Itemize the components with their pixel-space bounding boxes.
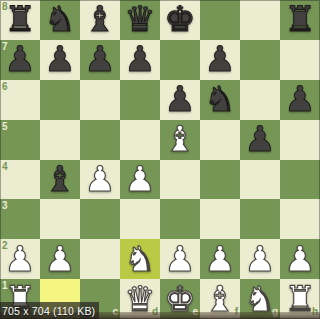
square-h3[interactable]	[280, 199, 320, 239]
square-c7[interactable]: ♟	[80, 40, 120, 80]
square-d1[interactable]: d♛	[120, 279, 160, 319]
square-h7[interactable]	[280, 40, 320, 80]
square-a8[interactable]: 8♜	[0, 0, 40, 40]
piece-white-pawn[interactable]: ♟	[84, 160, 115, 199]
square-b2[interactable]: ♟	[40, 239, 80, 279]
square-c3[interactable]	[80, 199, 120, 239]
piece-black-pawn[interactable]: ♟	[84, 40, 115, 79]
square-e1[interactable]: e♚	[160, 279, 200, 319]
piece-white-pawn[interactable]: ♟	[44, 240, 75, 279]
square-f8[interactable]	[200, 0, 240, 40]
square-f4[interactable]	[200, 160, 240, 200]
square-f1[interactable]: f♝	[200, 279, 240, 319]
square-c5[interactable]	[80, 120, 120, 160]
square-e4[interactable]	[160, 160, 200, 200]
square-h4[interactable]	[280, 160, 320, 200]
piece-white-pawn[interactable]: ♟	[204, 240, 235, 279]
piece-white-pawn[interactable]: ♟	[164, 240, 195, 279]
square-a6[interactable]: 6	[0, 80, 40, 120]
square-d8[interactable]: ♛	[120, 0, 160, 40]
square-g6[interactable]	[240, 80, 280, 120]
image-size-caption-text: 705 x 704 (110 KB)	[2, 305, 95, 317]
piece-black-queen[interactable]: ♛	[124, 0, 155, 39]
piece-black-pawn[interactable]: ♟	[124, 40, 155, 79]
square-d3[interactable]	[120, 199, 160, 239]
image-size-caption: 705 x 704 (110 KB)	[0, 302, 99, 319]
piece-white-rook[interactable]: ♜	[284, 280, 315, 319]
square-b6[interactable]	[40, 80, 80, 120]
square-e6[interactable]: ♟	[160, 80, 200, 120]
square-g1[interactable]: g♞	[240, 279, 280, 319]
piece-black-pawn[interactable]: ♟	[204, 40, 235, 79]
piece-white-bishop[interactable]: ♝	[204, 280, 235, 319]
square-e8[interactable]: ♚	[160, 0, 200, 40]
square-e7[interactable]	[160, 40, 200, 80]
piece-black-bishop[interactable]: ♝	[84, 0, 115, 39]
piece-white-knight[interactable]: ♞	[124, 240, 155, 279]
square-f6[interactable]: ♞	[200, 80, 240, 120]
rank-label-6: 6	[2, 82, 8, 92]
square-b3[interactable]	[40, 199, 80, 239]
piece-white-pawn[interactable]: ♟	[244, 240, 275, 279]
file-label-c: c	[112, 307, 118, 317]
square-a3[interactable]: 3	[0, 199, 40, 239]
square-b4[interactable]: ♝	[40, 160, 80, 200]
square-e5[interactable]: ♝	[160, 120, 200, 160]
piece-black-knight[interactable]: ♞	[204, 80, 235, 119]
piece-black-pawn[interactable]: ♟	[4, 40, 35, 79]
square-b7[interactable]: ♟	[40, 40, 80, 80]
square-f7[interactable]: ♟	[200, 40, 240, 80]
piece-white-pawn[interactable]: ♟	[124, 160, 155, 199]
rank-label-5: 5	[2, 122, 8, 132]
square-c2[interactable]	[80, 239, 120, 279]
square-a4[interactable]: 4	[0, 160, 40, 200]
piece-white-king[interactable]: ♚	[164, 280, 195, 319]
square-f5[interactable]	[200, 120, 240, 160]
piece-white-pawn[interactable]: ♟	[4, 240, 35, 279]
square-b5[interactable]	[40, 120, 80, 160]
piece-black-pawn[interactable]: ♟	[164, 80, 195, 119]
square-h6[interactable]: ♟	[280, 80, 320, 120]
piece-black-bishop[interactable]: ♝	[44, 160, 75, 199]
piece-black-pawn[interactable]: ♟	[284, 80, 315, 119]
piece-white-bishop[interactable]: ♝	[164, 120, 195, 159]
piece-white-knight[interactable]: ♞	[244, 280, 275, 319]
square-g8[interactable]	[240, 0, 280, 40]
square-c6[interactable]	[80, 80, 120, 120]
rank-label-4: 4	[2, 162, 8, 172]
square-a7[interactable]: 7♟	[0, 40, 40, 80]
piece-black-pawn[interactable]: ♟	[244, 120, 275, 159]
square-h1[interactable]: h♜	[280, 279, 320, 319]
square-d2[interactable]: ♞	[120, 239, 160, 279]
square-g2[interactable]: ♟	[240, 239, 280, 279]
screenshot-stage: 8♜♞♝♛♚♜7♟♟♟♟♟6♟♞♟5♝♟4♝♟♟32♟♟♞♟♟♟♟1a♜bcd♛…	[0, 0, 320, 319]
square-c8[interactable]: ♝	[80, 0, 120, 40]
square-d5[interactable]	[120, 120, 160, 160]
rank-label-3: 3	[2, 201, 8, 211]
square-h8[interactable]: ♜	[280, 0, 320, 40]
square-b8[interactable]: ♞	[40, 0, 80, 40]
square-f3[interactable]	[200, 199, 240, 239]
piece-black-rook[interactable]: ♜	[284, 0, 315, 39]
square-c4[interactable]: ♟	[80, 160, 120, 200]
piece-black-knight[interactable]: ♞	[44, 0, 75, 39]
square-a5[interactable]: 5	[0, 120, 40, 160]
square-f2[interactable]: ♟	[200, 239, 240, 279]
square-g3[interactable]	[240, 199, 280, 239]
square-h2[interactable]: ♟	[280, 239, 320, 279]
piece-black-king[interactable]: ♚	[164, 0, 195, 39]
square-e2[interactable]: ♟	[160, 239, 200, 279]
square-g4[interactable]	[240, 160, 280, 200]
square-h5[interactable]	[280, 120, 320, 160]
square-e3[interactable]	[160, 199, 200, 239]
piece-black-rook[interactable]: ♜	[4, 0, 35, 39]
square-g5[interactable]: ♟	[240, 120, 280, 160]
piece-white-queen[interactable]: ♛	[124, 280, 155, 319]
chess-board: 8♜♞♝♛♚♜7♟♟♟♟♟6♟♞♟5♝♟4♝♟♟32♟♟♞♟♟♟♟1a♜bcd♛…	[0, 0, 320, 319]
square-d4[interactable]: ♟	[120, 160, 160, 200]
piece-black-pawn[interactable]: ♟	[44, 40, 75, 79]
square-g7[interactable]	[240, 40, 280, 80]
square-d7[interactable]: ♟	[120, 40, 160, 80]
square-a2[interactable]: 2♟	[0, 239, 40, 279]
piece-white-pawn[interactable]: ♟	[284, 240, 315, 279]
square-d6[interactable]	[120, 80, 160, 120]
